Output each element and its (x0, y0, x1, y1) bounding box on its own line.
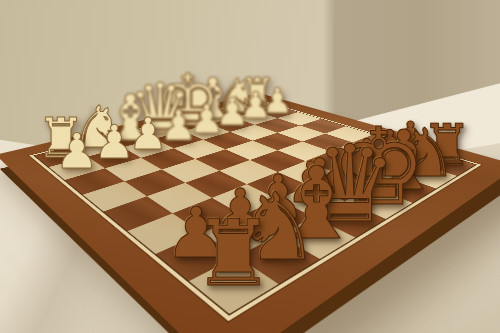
piece-white-pawn[interactable]: ♟ (55, 128, 99, 177)
chess-photo-scene: ♜♞♝♛♚♝♞♜♟♟♟♟♟♟♟♟♟♟♟♟♟♟♟♟♜♞♝♛♚♝♞♜ (0, 0, 500, 333)
piece-white-pawn[interactable]: ♟ (94, 119, 136, 165)
piece-black-rook[interactable]: ♜ (193, 208, 275, 299)
